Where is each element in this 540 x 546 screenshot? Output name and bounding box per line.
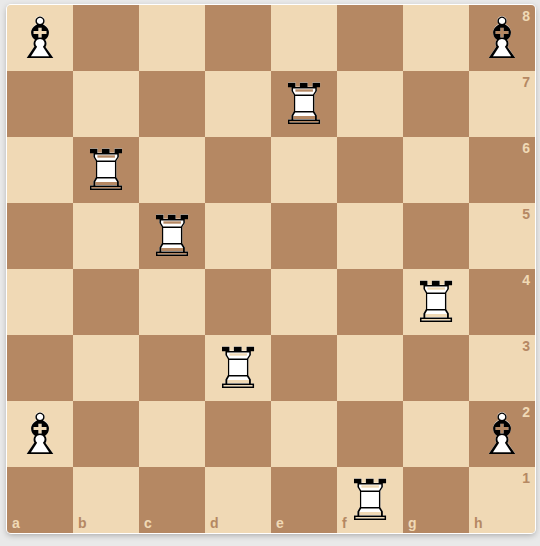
square-e8[interactable] [271,5,337,71]
white-bishop-glyph-outline: ♗ [7,5,73,71]
square-g4[interactable]: ♜♖ [403,269,469,335]
square-f6[interactable] [337,137,403,203]
square-c5[interactable]: ♜♖ [139,203,205,269]
square-h5[interactable]: 5 [469,203,535,269]
square-a8[interactable]: ♝♗ [7,5,73,71]
rank-label-1: 1 [522,471,530,485]
square-a3[interactable] [7,335,73,401]
square-e6[interactable] [271,137,337,203]
piece-white-bishop[interactable]: ♝♗ [7,401,73,467]
white-rook-glyph-fill: ♜ [139,203,205,269]
square-a1[interactable]: a [7,467,73,533]
square-f5[interactable] [337,203,403,269]
square-a7[interactable] [7,71,73,137]
square-d8[interactable] [205,5,271,71]
piece-white-rook[interactable]: ♜♖ [73,137,139,203]
square-d1[interactable]: d [205,467,271,533]
square-a6[interactable] [7,137,73,203]
square-h8[interactable]: 8♝♗ [469,5,535,71]
square-g3[interactable] [403,335,469,401]
square-d3[interactable]: ♜♖ [205,335,271,401]
square-c8[interactable] [139,5,205,71]
chess-board: ♝♗8♝♗♜♖7♜♖6♜♖5♜♖4♜♖3♝♗2♝♗abcdef♜♖g1h [7,5,535,533]
file-label-b: b [78,516,87,530]
square-a5[interactable] [7,203,73,269]
square-g2[interactable] [403,401,469,467]
square-b5[interactable] [73,203,139,269]
white-rook-glyph-fill: ♜ [337,467,403,533]
square-c7[interactable] [139,71,205,137]
square-h2[interactable]: 2♝♗ [469,401,535,467]
white-rook-glyph-outline: ♖ [139,203,205,269]
square-d4[interactable] [205,269,271,335]
file-label-h: h [474,516,483,530]
file-label-d: d [210,516,219,530]
square-b2[interactable] [73,401,139,467]
rank-label-7: 7 [522,75,530,89]
square-e7[interactable]: ♜♖ [271,71,337,137]
white-bishop-glyph-fill: ♝ [7,5,73,71]
white-bishop-glyph-outline: ♗ [7,401,73,467]
square-b1[interactable]: b [73,467,139,533]
square-g7[interactable] [403,71,469,137]
white-rook-glyph-outline: ♖ [73,137,139,203]
square-b8[interactable] [73,5,139,71]
piece-white-bishop[interactable]: ♝♗ [469,401,535,467]
square-b7[interactable] [73,71,139,137]
piece-white-rook[interactable]: ♜♖ [403,269,469,335]
square-f1[interactable]: f♜♖ [337,467,403,533]
square-b6[interactable]: ♜♖ [73,137,139,203]
file-label-c: c [144,516,152,530]
white-bishop-glyph-fill: ♝ [469,5,535,71]
file-label-g: g [408,516,417,530]
square-f3[interactable] [337,335,403,401]
square-c4[interactable] [139,269,205,335]
square-f4[interactable] [337,269,403,335]
file-label-e: e [276,516,284,530]
square-b3[interactable] [73,335,139,401]
rank-label-3: 3 [522,339,530,353]
square-f7[interactable] [337,71,403,137]
square-c2[interactable] [139,401,205,467]
square-h3[interactable]: 3 [469,335,535,401]
white-rook-glyph-fill: ♜ [73,137,139,203]
square-a4[interactable] [7,269,73,335]
white-rook-glyph-fill: ♜ [271,71,337,137]
white-rook-glyph-outline: ♖ [337,467,403,533]
rank-label-6: 6 [522,141,530,155]
white-rook-glyph-fill: ♜ [205,335,271,401]
square-d5[interactable] [205,203,271,269]
square-e5[interactable] [271,203,337,269]
rank-label-4: 4 [522,273,530,287]
white-rook-glyph-outline: ♖ [271,71,337,137]
square-h1[interactable]: 1h [469,467,535,533]
square-f8[interactable] [337,5,403,71]
square-e2[interactable] [271,401,337,467]
square-h4[interactable]: 4 [469,269,535,335]
square-c3[interactable] [139,335,205,401]
square-e1[interactable]: e [271,467,337,533]
piece-white-bishop[interactable]: ♝♗ [7,5,73,71]
square-f2[interactable] [337,401,403,467]
white-bishop-glyph-fill: ♝ [469,401,535,467]
square-h7[interactable]: 7 [469,71,535,137]
piece-white-rook[interactable]: ♜♖ [205,335,271,401]
square-d7[interactable] [205,71,271,137]
piece-white-rook[interactable]: ♜♖ [337,467,403,533]
square-c1[interactable]: c [139,467,205,533]
white-rook-glyph-fill: ♜ [403,269,469,335]
white-rook-glyph-outline: ♖ [403,269,469,335]
square-g1[interactable]: g [403,467,469,533]
file-label-a: a [12,516,20,530]
square-b4[interactable] [73,269,139,335]
square-g5[interactable] [403,203,469,269]
piece-white-rook[interactable]: ♜♖ [271,71,337,137]
piece-white-bishop[interactable]: ♝♗ [469,5,535,71]
square-c6[interactable] [139,137,205,203]
square-d6[interactable] [205,137,271,203]
square-h6[interactable]: 6 [469,137,535,203]
square-a2[interactable]: ♝♗ [7,401,73,467]
white-bishop-glyph-outline: ♗ [469,401,535,467]
square-d2[interactable] [205,401,271,467]
white-bishop-glyph-outline: ♗ [469,5,535,71]
square-e4[interactable] [271,269,337,335]
piece-white-rook[interactable]: ♜♖ [139,203,205,269]
square-e3[interactable] [271,335,337,401]
square-g6[interactable] [403,137,469,203]
white-bishop-glyph-fill: ♝ [7,401,73,467]
rank-label-5: 5 [522,207,530,221]
white-rook-glyph-outline: ♖ [205,335,271,401]
square-g8[interactable] [403,5,469,71]
